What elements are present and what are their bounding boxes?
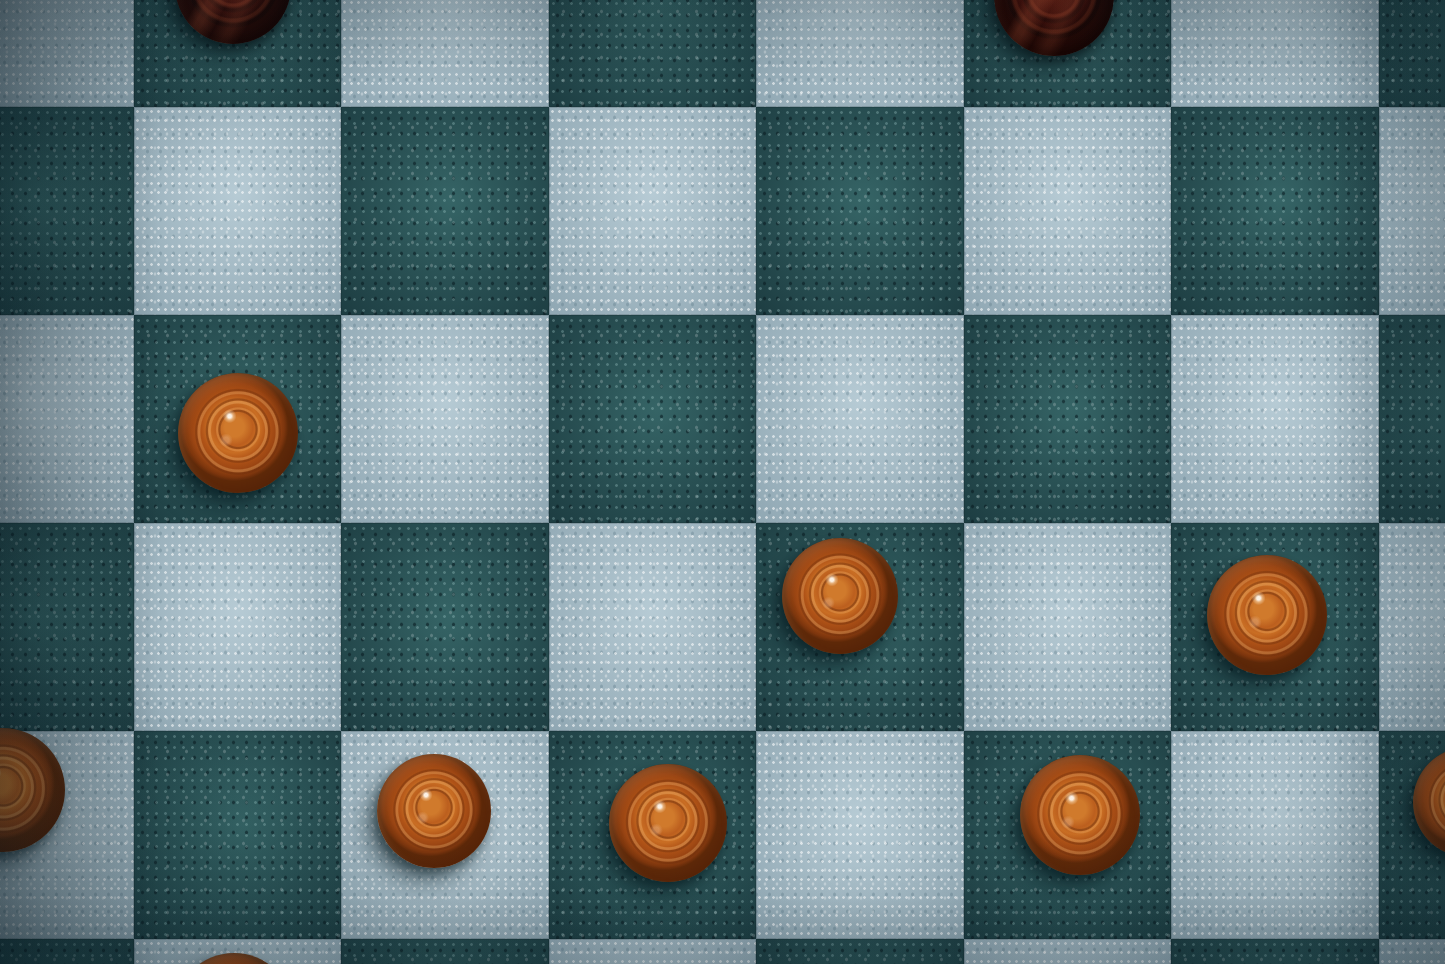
square-r5-c6[interactable] xyxy=(1171,939,1379,964)
square-r3-c5[interactable] xyxy=(964,523,1172,731)
square-r2-c0[interactable] xyxy=(0,315,134,523)
square-r5-c7[interactable] xyxy=(1379,939,1445,964)
square-r1-c5[interactable] xyxy=(964,107,1172,315)
square-r5-c2[interactable] xyxy=(341,939,549,964)
square-r1-c1[interactable] xyxy=(134,107,342,315)
square-r0-c7[interactable] xyxy=(1379,0,1445,107)
square-r4-c1[interactable] xyxy=(134,731,342,939)
square-r5-c5[interactable] xyxy=(964,939,1172,964)
square-r2-c7[interactable] xyxy=(1379,315,1445,523)
square-r3-c7[interactable] xyxy=(1379,523,1445,731)
square-r0-c3[interactable] xyxy=(549,0,757,107)
square-r4-c6[interactable] xyxy=(1171,731,1379,939)
white-pawn[interactable] xyxy=(609,764,727,882)
square-r2-c4[interactable] xyxy=(756,315,964,523)
square-r3-c1[interactable] xyxy=(134,523,342,731)
square-r0-c4[interactable] xyxy=(756,0,964,107)
square-r1-c3[interactable] xyxy=(549,107,757,315)
square-r2-c5[interactable] xyxy=(964,315,1172,523)
square-r3-c0[interactable] xyxy=(0,523,134,731)
square-r3-c2[interactable] xyxy=(341,523,549,731)
square-r1-c2[interactable] xyxy=(341,107,549,315)
square-r2-c3[interactable] xyxy=(549,315,757,523)
square-r5-c4[interactable] xyxy=(756,939,964,964)
square-r1-c0[interactable] xyxy=(0,107,134,315)
square-r0-c2[interactable] xyxy=(341,0,549,107)
white-pawn[interactable] xyxy=(1207,555,1327,675)
square-r1-c4[interactable] xyxy=(756,107,964,315)
white-pawn[interactable] xyxy=(178,373,298,493)
square-r5-c3[interactable] xyxy=(549,939,757,964)
square-r2-c2[interactable] xyxy=(341,315,549,523)
square-r3-c3[interactable] xyxy=(549,523,757,731)
square-r1-c7[interactable] xyxy=(1379,107,1445,315)
white-pawn[interactable] xyxy=(377,754,491,868)
square-r2-c6[interactable] xyxy=(1171,315,1379,523)
square-r5-c0[interactable] xyxy=(0,939,134,964)
square-r4-c4[interactable] xyxy=(756,731,964,939)
square-r0-c6[interactable] xyxy=(1171,0,1379,107)
square-r1-c6[interactable] xyxy=(1171,107,1379,315)
white-pawn[interactable] xyxy=(782,538,898,654)
board-photo xyxy=(0,0,1445,964)
square-r0-c0[interactable] xyxy=(0,0,134,107)
white-pawn[interactable] xyxy=(1020,755,1140,875)
